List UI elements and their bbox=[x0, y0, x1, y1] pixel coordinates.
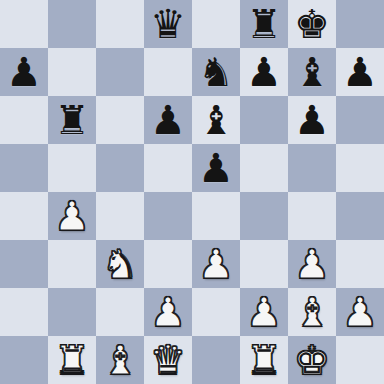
square-d1[interactable]: ♛ bbox=[144, 336, 192, 384]
black-king[interactable]: ♚ bbox=[294, 0, 330, 48]
square-d4[interactable] bbox=[144, 192, 192, 240]
square-a6[interactable] bbox=[0, 96, 48, 144]
black-rook[interactable]: ♜ bbox=[246, 0, 282, 48]
white-queen[interactable]: ♛ bbox=[150, 336, 186, 384]
black-pawn[interactable]: ♟ bbox=[6, 48, 42, 96]
square-e7[interactable]: ♞ bbox=[192, 48, 240, 96]
square-a4[interactable] bbox=[0, 192, 48, 240]
square-b3[interactable] bbox=[48, 240, 96, 288]
black-pawn[interactable]: ♟ bbox=[342, 48, 378, 96]
square-a5[interactable] bbox=[0, 144, 48, 192]
square-d2[interactable]: ♟ bbox=[144, 288, 192, 336]
white-pawn[interactable]: ♟ bbox=[54, 192, 90, 240]
white-knight[interactable]: ♞ bbox=[102, 240, 138, 288]
white-rook[interactable]: ♜ bbox=[54, 336, 90, 384]
square-d3[interactable] bbox=[144, 240, 192, 288]
square-h5[interactable] bbox=[336, 144, 384, 192]
white-bishop[interactable]: ♝ bbox=[294, 288, 330, 336]
square-g7[interactable]: ♝ bbox=[288, 48, 336, 96]
square-h3[interactable] bbox=[336, 240, 384, 288]
black-rook[interactable]: ♜ bbox=[54, 96, 90, 144]
square-d8[interactable]: ♛ bbox=[144, 0, 192, 48]
square-a8[interactable] bbox=[0, 0, 48, 48]
square-b8[interactable] bbox=[48, 0, 96, 48]
square-g1[interactable]: ♚ bbox=[288, 336, 336, 384]
square-b1[interactable]: ♜ bbox=[48, 336, 96, 384]
square-g6[interactable]: ♟ bbox=[288, 96, 336, 144]
black-bishop[interactable]: ♝ bbox=[294, 48, 330, 96]
square-g8[interactable]: ♚ bbox=[288, 0, 336, 48]
square-f1[interactable]: ♜ bbox=[240, 336, 288, 384]
square-h6[interactable] bbox=[336, 96, 384, 144]
black-pawn[interactable]: ♟ bbox=[246, 48, 282, 96]
black-pawn[interactable]: ♟ bbox=[294, 96, 330, 144]
square-c6[interactable] bbox=[96, 96, 144, 144]
chess-board: ♛♜♚♟♞♟♝♟♜♟♝♟♟♟♞♟♟♟♟♝♟♜♝♛♜♚ bbox=[0, 0, 384, 384]
white-king[interactable]: ♚ bbox=[294, 336, 330, 384]
square-h4[interactable] bbox=[336, 192, 384, 240]
square-f8[interactable]: ♜ bbox=[240, 0, 288, 48]
square-f7[interactable]: ♟ bbox=[240, 48, 288, 96]
square-b5[interactable] bbox=[48, 144, 96, 192]
square-g5[interactable] bbox=[288, 144, 336, 192]
square-h7[interactable]: ♟ bbox=[336, 48, 384, 96]
square-b7[interactable] bbox=[48, 48, 96, 96]
square-c4[interactable] bbox=[96, 192, 144, 240]
square-e3[interactable]: ♟ bbox=[192, 240, 240, 288]
square-c7[interactable] bbox=[96, 48, 144, 96]
square-e6[interactable]: ♝ bbox=[192, 96, 240, 144]
square-f2[interactable]: ♟ bbox=[240, 288, 288, 336]
square-b2[interactable] bbox=[48, 288, 96, 336]
square-e5[interactable]: ♟ bbox=[192, 144, 240, 192]
square-a2[interactable] bbox=[0, 288, 48, 336]
square-a3[interactable] bbox=[0, 240, 48, 288]
square-a1[interactable] bbox=[0, 336, 48, 384]
square-e1[interactable] bbox=[192, 336, 240, 384]
square-g3[interactable]: ♟ bbox=[288, 240, 336, 288]
square-f4[interactable] bbox=[240, 192, 288, 240]
square-c5[interactable] bbox=[96, 144, 144, 192]
square-c3[interactable]: ♞ bbox=[96, 240, 144, 288]
black-queen[interactable]: ♛ bbox=[150, 0, 186, 48]
square-f6[interactable] bbox=[240, 96, 288, 144]
black-bishop[interactable]: ♝ bbox=[198, 96, 234, 144]
white-bishop[interactable]: ♝ bbox=[102, 336, 138, 384]
square-d7[interactable] bbox=[144, 48, 192, 96]
square-f5[interactable] bbox=[240, 144, 288, 192]
square-e4[interactable] bbox=[192, 192, 240, 240]
square-c8[interactable] bbox=[96, 0, 144, 48]
black-pawn[interactable]: ♟ bbox=[150, 96, 186, 144]
black-knight[interactable]: ♞ bbox=[198, 48, 234, 96]
square-e8[interactable] bbox=[192, 0, 240, 48]
white-rook[interactable]: ♜ bbox=[246, 336, 282, 384]
black-pawn[interactable]: ♟ bbox=[198, 144, 234, 192]
square-c1[interactable]: ♝ bbox=[96, 336, 144, 384]
square-h8[interactable] bbox=[336, 0, 384, 48]
white-pawn[interactable]: ♟ bbox=[342, 288, 378, 336]
square-e2[interactable] bbox=[192, 288, 240, 336]
square-b6[interactable]: ♜ bbox=[48, 96, 96, 144]
square-c2[interactable] bbox=[96, 288, 144, 336]
white-pawn[interactable]: ♟ bbox=[246, 288, 282, 336]
square-d6[interactable]: ♟ bbox=[144, 96, 192, 144]
square-b4[interactable]: ♟ bbox=[48, 192, 96, 240]
square-g4[interactable] bbox=[288, 192, 336, 240]
white-pawn[interactable]: ♟ bbox=[294, 240, 330, 288]
square-h2[interactable]: ♟ bbox=[336, 288, 384, 336]
square-g2[interactable]: ♝ bbox=[288, 288, 336, 336]
square-h1[interactable] bbox=[336, 336, 384, 384]
square-f3[interactable] bbox=[240, 240, 288, 288]
square-a7[interactable]: ♟ bbox=[0, 48, 48, 96]
square-d5[interactable] bbox=[144, 144, 192, 192]
white-pawn[interactable]: ♟ bbox=[198, 240, 234, 288]
white-pawn[interactable]: ♟ bbox=[150, 288, 186, 336]
